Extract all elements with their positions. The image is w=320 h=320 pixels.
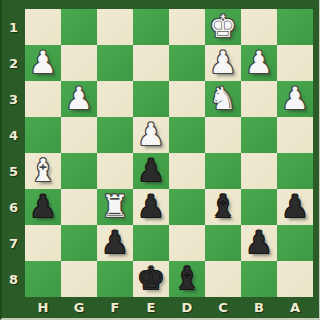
square-f7[interactable]: ♟ bbox=[97, 225, 133, 261]
square-d5[interactable] bbox=[169, 153, 205, 189]
square-a4[interactable] bbox=[277, 117, 313, 153]
square-b4[interactable] bbox=[241, 117, 277, 153]
piece-black-bishop[interactable]: ♝ bbox=[173, 263, 201, 294]
square-g6[interactable] bbox=[61, 189, 97, 225]
piece-white-pawn[interactable]: ♟ bbox=[245, 47, 273, 78]
square-f1[interactable] bbox=[97, 9, 133, 45]
piece-black-pawn[interactable]: ♟ bbox=[137, 191, 165, 222]
square-g4[interactable] bbox=[61, 117, 97, 153]
square-f5[interactable] bbox=[97, 153, 133, 189]
rank-label-8: 8 bbox=[2, 261, 25, 297]
square-h2[interactable]: ♟ bbox=[25, 45, 61, 81]
square-c4[interactable] bbox=[205, 117, 241, 153]
piece-white-knight[interactable]: ♞ bbox=[209, 83, 237, 114]
square-d2[interactable] bbox=[169, 45, 205, 81]
square-b5[interactable] bbox=[241, 153, 277, 189]
square-a8[interactable] bbox=[277, 261, 313, 297]
square-a2[interactable] bbox=[277, 45, 313, 81]
square-d7[interactable] bbox=[169, 225, 205, 261]
square-g2[interactable] bbox=[61, 45, 97, 81]
chess-diagram: 12345678 ♚♟♟♟♟♞♟♟♝♟♟♜♟♝♟♟♟♚♝ HGFEDCBA bbox=[0, 0, 320, 320]
square-a5[interactable] bbox=[277, 153, 313, 189]
piece-black-king[interactable]: ♚ bbox=[137, 263, 165, 294]
square-c3[interactable]: ♞ bbox=[205, 81, 241, 117]
square-a7[interactable] bbox=[277, 225, 313, 261]
rank-label-5: 5 bbox=[2, 153, 25, 189]
square-g1[interactable] bbox=[61, 9, 97, 45]
piece-white-pawn[interactable]: ♟ bbox=[65, 83, 93, 114]
square-d1[interactable] bbox=[169, 9, 205, 45]
square-h1[interactable] bbox=[25, 9, 61, 45]
file-label-g: G bbox=[61, 297, 97, 318]
chess-board: ♚♟♟♟♟♞♟♟♝♟♟♜♟♝♟♟♟♚♝ bbox=[25, 9, 313, 297]
square-b2[interactable]: ♟ bbox=[241, 45, 277, 81]
rank-label-4: 4 bbox=[2, 117, 25, 153]
piece-white-pawn[interactable]: ♟ bbox=[281, 83, 309, 114]
square-c6[interactable]: ♝ bbox=[205, 189, 241, 225]
square-e2[interactable] bbox=[133, 45, 169, 81]
piece-white-pawn[interactable]: ♟ bbox=[29, 47, 57, 78]
piece-white-king[interactable]: ♚ bbox=[209, 11, 237, 42]
square-g5[interactable] bbox=[61, 153, 97, 189]
square-g8[interactable] bbox=[61, 261, 97, 297]
square-c7[interactable] bbox=[205, 225, 241, 261]
square-h4[interactable] bbox=[25, 117, 61, 153]
square-f3[interactable] bbox=[97, 81, 133, 117]
piece-white-pawn[interactable]: ♟ bbox=[137, 119, 165, 150]
piece-white-rook[interactable]: ♜ bbox=[101, 191, 129, 222]
piece-black-pawn[interactable]: ♟ bbox=[245, 227, 273, 258]
square-e1[interactable] bbox=[133, 9, 169, 45]
square-g3[interactable]: ♟ bbox=[61, 81, 97, 117]
piece-black-pawn[interactable]: ♟ bbox=[137, 155, 165, 186]
square-c1[interactable]: ♚ bbox=[205, 9, 241, 45]
square-a1[interactable] bbox=[277, 9, 313, 45]
square-g7[interactable] bbox=[61, 225, 97, 261]
piece-black-pawn[interactable]: ♟ bbox=[101, 227, 129, 258]
piece-white-bishop[interactable]: ♝ bbox=[29, 155, 57, 186]
square-c2[interactable]: ♟ bbox=[205, 45, 241, 81]
file-label-f: F bbox=[97, 297, 133, 318]
square-b6[interactable] bbox=[241, 189, 277, 225]
square-e5[interactable]: ♟ bbox=[133, 153, 169, 189]
square-a6[interactable]: ♟ bbox=[277, 189, 313, 225]
square-e8[interactable]: ♚ bbox=[133, 261, 169, 297]
square-h6[interactable]: ♟ bbox=[25, 189, 61, 225]
square-c5[interactable] bbox=[205, 153, 241, 189]
square-f6[interactable]: ♜ bbox=[97, 189, 133, 225]
piece-black-pawn[interactable]: ♟ bbox=[29, 191, 57, 222]
square-e3[interactable] bbox=[133, 81, 169, 117]
file-label-h: H bbox=[25, 297, 61, 318]
file-label-d: D bbox=[169, 297, 205, 318]
square-b8[interactable] bbox=[241, 261, 277, 297]
square-c8[interactable] bbox=[205, 261, 241, 297]
square-e6[interactable]: ♟ bbox=[133, 189, 169, 225]
square-b7[interactable]: ♟ bbox=[241, 225, 277, 261]
square-d8[interactable]: ♝ bbox=[169, 261, 205, 297]
square-b1[interactable] bbox=[241, 9, 277, 45]
square-e4[interactable]: ♟ bbox=[133, 117, 169, 153]
file-label-b: B bbox=[241, 297, 277, 318]
square-f4[interactable] bbox=[97, 117, 133, 153]
square-h5[interactable]: ♝ bbox=[25, 153, 61, 189]
file-label-a: A bbox=[277, 297, 313, 318]
file-label-c: C bbox=[205, 297, 241, 318]
square-e7[interactable] bbox=[133, 225, 169, 261]
square-a3[interactable]: ♟ bbox=[277, 81, 313, 117]
rank-label-6: 6 bbox=[2, 189, 25, 225]
square-d6[interactable] bbox=[169, 189, 205, 225]
piece-white-pawn[interactable]: ♟ bbox=[209, 47, 237, 78]
piece-black-bishop[interactable]: ♝ bbox=[209, 191, 237, 222]
rank-label-7: 7 bbox=[2, 225, 25, 261]
square-f2[interactable] bbox=[97, 45, 133, 81]
rank-label-2: 2 bbox=[2, 45, 25, 81]
rank-labels: 12345678 bbox=[2, 9, 25, 297]
square-d4[interactable] bbox=[169, 117, 205, 153]
square-h8[interactable] bbox=[25, 261, 61, 297]
rank-label-3: 3 bbox=[2, 81, 25, 117]
square-f8[interactable] bbox=[97, 261, 133, 297]
file-labels: HGFEDCBA bbox=[25, 297, 313, 318]
file-label-e: E bbox=[133, 297, 169, 318]
square-h7[interactable] bbox=[25, 225, 61, 261]
piece-black-pawn[interactable]: ♟ bbox=[281, 191, 309, 222]
square-b3[interactable] bbox=[241, 81, 277, 117]
square-d3[interactable] bbox=[169, 81, 205, 117]
rank-label-1: 1 bbox=[2, 9, 25, 45]
square-h3[interactable] bbox=[25, 81, 61, 117]
